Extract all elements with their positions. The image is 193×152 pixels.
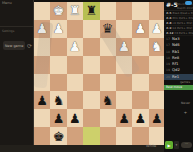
square-b7[interactable]: ♟: [132, 109, 148, 127]
square-f2[interactable]: [67, 20, 83, 38]
square-b1[interactable]: [132, 2, 148, 20]
white-knight[interactable]: ♞: [149, 38, 165, 56]
panel-buttons: ▶ ▾ ···: [165, 140, 192, 150]
square-e8[interactable]: [83, 127, 99, 145]
square-a1[interactable]: [149, 2, 165, 20]
square-g5[interactable]: [50, 74, 66, 92]
square-f6[interactable]: [67, 91, 83, 109]
square-f7[interactable]: ♟: [67, 109, 83, 127]
square-e4[interactable]: [83, 56, 99, 74]
square-h3[interactable]: [34, 38, 50, 56]
move-san: Na3: [172, 36, 180, 41]
move-list: 17Na317Nd618Rb118Re819Rf119Qd220Re1: [164, 36, 193, 80]
white-rook[interactable]: ♜: [67, 2, 83, 20]
square-a4[interactable]: [149, 56, 165, 74]
square-f5[interactable]: [67, 74, 83, 92]
square-g3[interactable]: [50, 38, 66, 56]
square-c7[interactable]: ♟: [116, 109, 132, 127]
line-moves: b4 Rxf1+ Kh2 Qg1+ Kg3 Ne4+: [172, 26, 193, 30]
white-pawn[interactable]: ♟: [34, 20, 50, 38]
square-b4[interactable]: [132, 56, 148, 74]
square-a2[interactable]: ♟: [149, 20, 165, 38]
square-h1[interactable]: [34, 2, 50, 20]
square-h5[interactable]: [34, 74, 50, 92]
square-e2[interactable]: [83, 20, 99, 38]
white-pawn[interactable]: ♟: [67, 38, 83, 56]
black-rook[interactable]: ♜: [83, 2, 99, 20]
engine-lines: #-5Rxe1 Qxe1+ Kh2 Qxf1 Ne4 Qg1+#-6Kh1 Qx…: [164, 11, 193, 36]
white-pawn[interactable]: ♟: [50, 20, 66, 38]
square-f3[interactable]: ♟: [67, 38, 83, 56]
bottom-bar: [0, 145, 164, 152]
square-h6[interactable]: ♟: [34, 91, 50, 109]
square-d3[interactable]: [100, 38, 116, 56]
best-move-bar[interactable]: Best move: [164, 85, 193, 90]
square-h7[interactable]: [34, 109, 50, 127]
square-c8[interactable]: [116, 127, 132, 145]
square-g7[interactable]: ♟: [50, 109, 66, 127]
black-pawn[interactable]: ♟: [132, 109, 148, 127]
square-d5[interactable]: [100, 74, 116, 92]
square-h4[interactable]: [34, 56, 50, 74]
line-moves: c4 Qxf1+ Kh2 Qg1+ Kg3 Qe3: [172, 21, 193, 25]
white-pawn[interactable]: ♟: [116, 38, 132, 56]
square-e3[interactable]: [83, 38, 99, 56]
move-san: Nd6: [172, 42, 180, 47]
side-to-move-label: White: [146, 144, 156, 148]
square-d1[interactable]: [100, 2, 116, 20]
white-king[interactable]: ♚: [50, 2, 66, 20]
square-g4[interactable]: [50, 56, 66, 74]
square-d6[interactable]: ♞: [100, 91, 116, 109]
square-b6[interactable]: [132, 91, 148, 109]
square-f8[interactable]: [67, 127, 83, 145]
square-b3[interactable]: [132, 38, 148, 56]
square-c3[interactable]: ♟: [116, 38, 132, 56]
sidebar-section-label: Settings: [2, 29, 14, 33]
square-h2[interactable]: ♟: [34, 20, 50, 38]
black-knight[interactable]: ♞: [50, 91, 66, 109]
square-a7[interactable]: ♟: [149, 109, 165, 127]
move-san: Re1: [172, 74, 179, 79]
refresh-icon[interactable]: ⟳: [27, 42, 32, 49]
move-san: Qd2: [172, 67, 180, 72]
line-eval: #-12: [166, 31, 173, 35]
move-san: Rb1: [172, 49, 179, 54]
square-b8[interactable]: [132, 127, 148, 145]
panel-plus-label[interactable]: +: [184, 110, 187, 115]
square-g8[interactable]: ♚: [50, 127, 66, 145]
square-c6[interactable]: [116, 91, 132, 109]
analysis-app: Menu Settings New game ⟳ ♚♜♜♟♟♛♟♟♟♟♞♟♞♞♟…: [0, 0, 193, 152]
line-eval: #-9: [166, 26, 171, 30]
engine-depth: Depth 20/22: [177, 6, 193, 10]
square-f1[interactable]: ♜: [67, 2, 83, 20]
sidebar-divider: [0, 26, 33, 27]
square-d2[interactable]: ♛: [100, 20, 116, 38]
white-pawn[interactable]: ♟: [132, 20, 148, 38]
new-game-button[interactable]: New game: [3, 41, 25, 50]
more-options-button[interactable]: ···: [181, 142, 192, 148]
menu-button[interactable]: ▾: [174, 141, 179, 149]
engine-eval: #-5: [166, 1, 178, 8]
line-moves: h3 Rxf1+ Kh2 Qg1#: [174, 31, 193, 35]
sidebar: Menu Settings New game ⟳: [0, 0, 34, 145]
black-knight[interactable]: ♞: [100, 91, 116, 109]
engine-header: #-5 Stockfish 14 Depth 20/22: [164, 0, 193, 11]
square-d7[interactable]: [100, 109, 116, 127]
square-e7[interactable]: [83, 109, 99, 127]
engine-toggle[interactable]: [185, 1, 192, 5]
square-b5[interactable]: [132, 74, 148, 92]
primary-action-button[interactable]: ▶: [165, 141, 173, 149]
move-san: Rf1: [172, 61, 178, 66]
line-moves: Rxe1 Qxe1+ Kh2 Qxf1 Ne4 Qg1+: [172, 11, 193, 15]
square-c5[interactable]: [116, 74, 132, 92]
black-pawn[interactable]: ♟: [50, 109, 66, 127]
square-e5[interactable]: [83, 74, 99, 92]
square-a3[interactable]: ♞: [149, 38, 165, 56]
line-eval: #-6: [166, 16, 171, 20]
black-king[interactable]: ♚: [50, 127, 66, 145]
square-h8[interactable]: [34, 127, 50, 145]
square-d4[interactable]: [100, 56, 116, 74]
square-a6[interactable]: [149, 91, 165, 109]
black-pawn[interactable]: ♟: [34, 91, 50, 109]
square-c1[interactable]: [116, 2, 132, 20]
square-f4[interactable]: [67, 56, 83, 74]
analysis-panel: #-5 Stockfish 14 Depth 20/22 #-5Rxe1 Qxe…: [164, 0, 193, 152]
black-pawn[interactable]: ♟: [116, 109, 132, 127]
black-queen[interactable]: ♛: [100, 20, 116, 38]
line-moves: Kh1 Qxf1+ Kh2 Qg1+ Kg3 Ne4+: [172, 16, 193, 20]
square-g2[interactable]: ♟: [50, 20, 66, 38]
panel-mid-label: Never: [181, 101, 190, 105]
chess-board: ♚♜♜♟♟♛♟♟♟♟♞♟♞♞♟♟♟♟♟♚: [34, 2, 165, 145]
line-eval: #-8: [166, 21, 171, 25]
black-pawn[interactable]: ♟: [67, 109, 83, 127]
square-d8[interactable]: [100, 127, 116, 145]
sidebar-menu-label[interactable]: Menu: [2, 1, 12, 5]
square-g6[interactable]: ♞: [50, 91, 66, 109]
move-san: Re8: [172, 55, 179, 60]
square-c4[interactable]: [116, 56, 132, 74]
square-g1[interactable]: ♚: [50, 2, 66, 20]
square-a8[interactable]: [149, 127, 165, 145]
square-b2[interactable]: ♟: [132, 20, 148, 38]
square-c2[interactable]: [116, 20, 132, 38]
black-pawn[interactable]: ♟: [149, 109, 165, 127]
square-e6[interactable]: [83, 91, 99, 109]
line-eval: #-5: [166, 11, 171, 15]
square-a5[interactable]: [149, 74, 165, 92]
square-e1[interactable]: ♜: [83, 2, 99, 20]
white-pawn[interactable]: ♟: [149, 20, 165, 38]
